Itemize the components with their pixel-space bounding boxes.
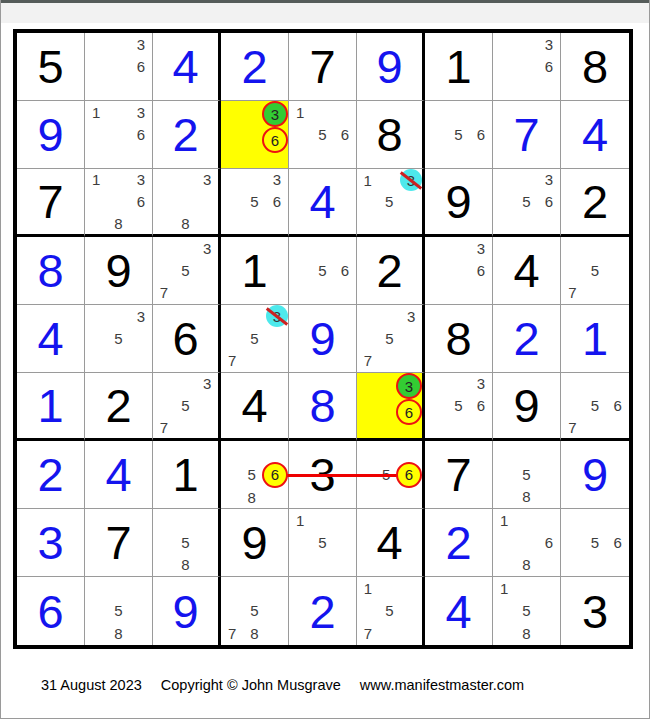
cell-r8c5[interactable]: 15 bbox=[289, 509, 357, 577]
cell-r4c8[interactable]: 4 bbox=[493, 237, 561, 305]
cell-r2c1[interactable]: 9 bbox=[17, 101, 85, 169]
candidate-7: 7 bbox=[228, 626, 236, 641]
candidate-6: 6 bbox=[137, 59, 145, 74]
candidate-1: 1 bbox=[364, 581, 372, 596]
cell-r3c7[interactable]: 9 bbox=[425, 169, 493, 237]
candidate-5: 5 bbox=[454, 127, 462, 142]
solved-digit: 4 bbox=[582, 111, 608, 158]
candidate-grid: 567 bbox=[561, 373, 629, 438]
candidate-3: 3 bbox=[407, 309, 415, 324]
page: 5364279136891362361568567471368383564135… bbox=[0, 0, 650, 719]
cell-r6c3[interactable]: 357 bbox=[153, 373, 221, 441]
cell-r9c6[interactable]: 157 bbox=[357, 577, 425, 645]
candidate-3: 3 bbox=[477, 241, 485, 256]
candidate-5: 5 bbox=[522, 603, 530, 618]
solved-digit: 6 bbox=[37, 588, 63, 635]
cell-r6c7[interactable]: 356 bbox=[425, 373, 493, 441]
candidate-6: 6 bbox=[613, 398, 621, 413]
candidate-8: 8 bbox=[522, 626, 530, 641]
candidate-grid: 356 bbox=[493, 169, 560, 234]
candidate-grid: 58 bbox=[85, 577, 152, 645]
solved-digit: 4 bbox=[309, 178, 335, 225]
cell-r8c7[interactable]: 2 bbox=[425, 509, 493, 577]
cell-r5c3[interactable]: 6 bbox=[153, 305, 221, 373]
candidate-3: 3 bbox=[545, 37, 553, 52]
candidate-grid: 58 bbox=[493, 441, 560, 508]
footer-website[interactable]: www.manifestmaster.com bbox=[360, 677, 524, 693]
candidate-grid: 57 bbox=[561, 237, 629, 304]
solved-digit: 4 bbox=[37, 315, 63, 362]
candidate-6: 6 bbox=[341, 263, 349, 278]
sudoku-board: 5364279136891362361568567471368383564135… bbox=[13, 29, 633, 649]
solved-digit: 2 bbox=[241, 43, 267, 90]
cell-r6c1[interactable]: 1 bbox=[17, 373, 85, 441]
candidate-grid: 38 bbox=[153, 169, 218, 234]
solved-digit: 9 bbox=[172, 588, 198, 635]
cell-r6c6[interactable]: 36 bbox=[357, 373, 425, 441]
candidate-6: 6 bbox=[545, 535, 553, 550]
cell-r2c2[interactable]: 136 bbox=[85, 101, 153, 169]
candidate-3: 3 bbox=[203, 376, 211, 391]
candidate-1: 1 bbox=[92, 172, 100, 187]
candidate-6: 6 bbox=[477, 398, 485, 413]
cell-r3c2[interactable]: 1368 bbox=[85, 169, 153, 237]
cell-r4c9[interactable]: 57 bbox=[561, 237, 629, 305]
candidate-6: 6 bbox=[341, 127, 349, 142]
cell-r8c1[interactable]: 3 bbox=[17, 509, 85, 577]
candidate-grid: 56 bbox=[289, 237, 356, 304]
cell-r8c3[interactable]: 58 bbox=[153, 509, 221, 577]
cell-r3c5[interactable]: 4 bbox=[289, 169, 357, 237]
solved-digit: 9 bbox=[376, 43, 402, 90]
cell-r5c5[interactable]: 9 bbox=[289, 305, 357, 373]
candidate-5: 5 bbox=[385, 194, 393, 209]
cell-r9c3[interactable]: 9 bbox=[153, 577, 221, 645]
cell-r4c6[interactable]: 2 bbox=[357, 237, 425, 305]
yellow-circle-candidate-6: 6 bbox=[262, 127, 288, 153]
candidate-3: 3 bbox=[203, 241, 211, 256]
footer: 31 August 2023 Copyright © John Musgrave… bbox=[41, 677, 539, 693]
cyan-strike-candidate-3: 3 bbox=[266, 305, 288, 327]
candidate-grid: 36 bbox=[85, 33, 152, 100]
candidate-6: 6 bbox=[273, 194, 281, 209]
candidate-grid: 568 bbox=[221, 441, 288, 508]
cell-r1c6[interactable]: 9 bbox=[357, 33, 425, 101]
candidate-5: 5 bbox=[114, 603, 122, 618]
yellow-circle-candidate-6: 6 bbox=[396, 399, 422, 425]
solved-digit: 2 bbox=[309, 588, 335, 635]
given-digit: 2 bbox=[105, 382, 131, 429]
candidate-grid: 157 bbox=[357, 577, 422, 645]
candidate-5: 5 bbox=[250, 331, 258, 346]
cell-r7c7[interactable]: 7 bbox=[425, 441, 493, 509]
candidate-8: 8 bbox=[522, 557, 530, 572]
candidate-1: 1 bbox=[500, 513, 508, 528]
solved-digit: 2 bbox=[513, 315, 539, 362]
cell-r9c5[interactable]: 2 bbox=[289, 577, 357, 645]
candidate-6: 6 bbox=[477, 127, 485, 142]
candidate-grid: 36 bbox=[425, 237, 492, 304]
candidate-5: 5 bbox=[181, 398, 189, 413]
cell-r3c6[interactable]: 135 bbox=[357, 169, 425, 237]
candidate-7: 7 bbox=[160, 285, 168, 300]
cell-r1c3[interactable]: 4 bbox=[153, 33, 221, 101]
cell-r2c3[interactable]: 2 bbox=[153, 101, 221, 169]
candidate-3: 3 bbox=[137, 37, 145, 52]
cyan-strike-candidate-3: 3 bbox=[400, 169, 422, 191]
solved-digit: 8 bbox=[37, 247, 63, 294]
candidate-grid: 357 bbox=[153, 237, 218, 304]
cell-r7c8[interactable]: 58 bbox=[493, 441, 561, 509]
solved-digit: 8 bbox=[309, 382, 335, 429]
cell-r7c9[interactable]: 9 bbox=[561, 441, 629, 509]
candidate-grid: 36 bbox=[357, 373, 422, 438]
candidate-grid: 56 bbox=[425, 101, 492, 168]
solved-digit: 9 bbox=[309, 315, 335, 362]
candidate-8: 8 bbox=[114, 216, 122, 231]
candidate-5: 5 bbox=[591, 263, 599, 278]
yellow-circle-candidate-6: 6 bbox=[396, 462, 422, 488]
candidate-grid: 15 bbox=[289, 509, 356, 576]
candidate-3: 3 bbox=[137, 309, 145, 324]
candidate-grid: 136 bbox=[85, 101, 152, 168]
candidate-grid: 356 bbox=[221, 169, 288, 234]
candidate-3: 3 bbox=[273, 172, 281, 187]
candidate-7: 7 bbox=[364, 626, 372, 641]
given-digit: 7 bbox=[37, 178, 63, 225]
candidate-grid: 1368 bbox=[85, 169, 152, 234]
cell-r8c9[interactable]: 56 bbox=[561, 509, 629, 577]
candidate-5: 5 bbox=[318, 263, 326, 278]
cell-r6c4[interactable]: 4 bbox=[221, 373, 289, 441]
candidate-5: 5 bbox=[248, 467, 256, 482]
candidate-grid: 35 bbox=[85, 305, 152, 372]
candidate-grid: 36 bbox=[221, 101, 288, 168]
candidate-7: 7 bbox=[568, 420, 576, 435]
cell-r1c1[interactable]: 5 bbox=[17, 33, 85, 101]
candidate-grid: 135 bbox=[357, 169, 422, 234]
given-digit: 7 bbox=[309, 43, 335, 90]
candidate-3: 3 bbox=[137, 172, 145, 187]
cell-r2c5[interactable]: 156 bbox=[289, 101, 357, 169]
candidate-5: 5 bbox=[454, 398, 462, 413]
candidate-3: 3 bbox=[477, 376, 485, 391]
candidate-6: 6 bbox=[613, 535, 621, 550]
solved-digit: 4 bbox=[172, 43, 198, 90]
candidate-grid: 356 bbox=[425, 373, 492, 438]
candidate-5: 5 bbox=[250, 194, 258, 209]
given-digit: 1 bbox=[445, 43, 471, 90]
cell-r5c1[interactable]: 4 bbox=[17, 305, 85, 373]
cell-r3c3[interactable]: 38 bbox=[153, 169, 221, 237]
candidate-6: 6 bbox=[137, 127, 145, 142]
cell-r9c8[interactable]: 158 bbox=[493, 577, 561, 645]
cell-r3c8[interactable]: 356 bbox=[493, 169, 561, 237]
candidate-grid: 168 bbox=[493, 509, 560, 576]
solved-digit: 3 bbox=[37, 519, 63, 566]
solved-digit: 2 bbox=[172, 111, 198, 158]
candidate-7: 7 bbox=[160, 420, 168, 435]
given-digit: 9 bbox=[105, 247, 131, 294]
window-titlebar bbox=[1, 0, 649, 23]
cell-r4c7[interactable]: 36 bbox=[425, 237, 493, 305]
solved-digit: 9 bbox=[582, 451, 608, 498]
candidate-6: 6 bbox=[545, 194, 553, 209]
solved-digit: 4 bbox=[105, 451, 131, 498]
candidate-7: 7 bbox=[228, 353, 236, 368]
cell-r7c1[interactable]: 2 bbox=[17, 441, 85, 509]
candidate-8: 8 bbox=[114, 626, 122, 641]
given-digit: 4 bbox=[241, 382, 267, 429]
candidate-8: 8 bbox=[248, 490, 256, 505]
cell-r5c9[interactable]: 1 bbox=[561, 305, 629, 373]
candidate-grid: 357 bbox=[221, 305, 288, 372]
cell-r2c6[interactable]: 8 bbox=[357, 101, 425, 169]
candidate-7: 7 bbox=[364, 353, 372, 368]
given-digit: 1 bbox=[172, 451, 198, 498]
cell-r6c5[interactable]: 8 bbox=[289, 373, 357, 441]
candidate-grid: 156 bbox=[289, 101, 356, 168]
cell-r5c7[interactable]: 8 bbox=[425, 305, 493, 373]
cell-r1c4[interactable]: 2 bbox=[221, 33, 289, 101]
given-digit: 8 bbox=[582, 43, 608, 90]
cell-r4c1[interactable]: 8 bbox=[17, 237, 85, 305]
solved-digit: 9 bbox=[37, 111, 63, 158]
candidate-5: 5 bbox=[522, 467, 530, 482]
candidate-grid: 36 bbox=[493, 33, 560, 100]
cell-r2c9[interactable]: 4 bbox=[561, 101, 629, 169]
cell-r7c2[interactable]: 4 bbox=[85, 441, 153, 509]
candidate-5: 5 bbox=[318, 127, 326, 142]
cell-r4c3[interactable]: 357 bbox=[153, 237, 221, 305]
solved-digit: 1 bbox=[582, 315, 608, 362]
candidate-5: 5 bbox=[591, 398, 599, 413]
candidate-1: 1 bbox=[364, 173, 372, 188]
solved-digit: 1 bbox=[37, 382, 63, 429]
cell-r9c2[interactable]: 58 bbox=[85, 577, 153, 645]
candidate-5: 5 bbox=[385, 331, 393, 346]
candidate-8: 8 bbox=[250, 626, 258, 641]
given-digit: 9 bbox=[445, 178, 471, 225]
green-circle-candidate-3: 3 bbox=[262, 101, 288, 127]
cell-r4c4[interactable]: 1 bbox=[221, 237, 289, 305]
solved-digit: 7 bbox=[513, 111, 539, 158]
candidate-8: 8 bbox=[522, 489, 530, 504]
candidate-1: 1 bbox=[296, 105, 304, 120]
cell-r1c2[interactable]: 36 bbox=[85, 33, 153, 101]
cell-r5c2[interactable]: 35 bbox=[85, 305, 153, 373]
cell-r6c8[interactable]: 9 bbox=[493, 373, 561, 441]
cell-r7c4[interactable]: 568 bbox=[221, 441, 289, 509]
cell-r1c9[interactable]: 8 bbox=[561, 33, 629, 101]
candidate-5: 5 bbox=[385, 603, 393, 618]
candidate-1: 1 bbox=[92, 105, 100, 120]
candidate-7: 7 bbox=[568, 285, 576, 300]
cell-r2c4[interactable]: 36 bbox=[221, 101, 289, 169]
footer-copyright: Copyright © John Musgrave bbox=[161, 677, 341, 693]
cell-r9c1[interactable]: 6 bbox=[17, 577, 85, 645]
cell-r3c4[interactable]: 356 bbox=[221, 169, 289, 237]
solved-digit: 2 bbox=[37, 451, 63, 498]
cell-r3c1[interactable]: 7 bbox=[17, 169, 85, 237]
given-digit: 6 bbox=[172, 315, 198, 362]
given-digit: 2 bbox=[376, 247, 402, 294]
cell-r6c2[interactable]: 2 bbox=[85, 373, 153, 441]
yellow-circle-candidate-6: 6 bbox=[262, 462, 288, 488]
cell-r9c7[interactable]: 4 bbox=[425, 577, 493, 645]
candidate-1: 1 bbox=[296, 513, 304, 528]
given-digit: 7 bbox=[105, 519, 131, 566]
cell-r8c6[interactable]: 4 bbox=[357, 509, 425, 577]
candidate-5: 5 bbox=[250, 603, 258, 618]
cell-r6c9[interactable]: 567 bbox=[561, 373, 629, 441]
candidate-6: 6 bbox=[477, 263, 485, 278]
solved-digit: 2 bbox=[445, 519, 471, 566]
cell-r1c7[interactable]: 1 bbox=[425, 33, 493, 101]
given-digit: 4 bbox=[513, 247, 539, 294]
cell-r4c5[interactable]: 56 bbox=[289, 237, 357, 305]
candidate-3: 3 bbox=[545, 172, 553, 187]
candidate-grid: 578 bbox=[221, 577, 288, 645]
cell-r8c4[interactable]: 9 bbox=[221, 509, 289, 577]
candidate-3: 3 bbox=[203, 172, 211, 187]
given-digit: 2 bbox=[582, 178, 608, 225]
candidate-grid: 58 bbox=[153, 509, 218, 576]
cell-r8c2[interactable]: 7 bbox=[85, 509, 153, 577]
given-digit: 5 bbox=[37, 43, 63, 90]
cell-r9c4[interactable]: 578 bbox=[221, 577, 289, 645]
given-digit: 8 bbox=[376, 111, 402, 158]
given-digit: 3 bbox=[582, 588, 608, 635]
candidate-5: 5 bbox=[181, 263, 189, 278]
candidate-5: 5 bbox=[114, 331, 122, 346]
cell-r1c8[interactable]: 36 bbox=[493, 33, 561, 101]
candidate-6: 6 bbox=[137, 194, 145, 209]
given-digit: 1 bbox=[241, 247, 267, 294]
cell-r7c3[interactable]: 1 bbox=[153, 441, 221, 509]
candidate-8: 8 bbox=[181, 557, 189, 572]
candidate-grid: 357 bbox=[153, 373, 218, 438]
given-digit: 7 bbox=[445, 451, 471, 498]
given-digit: 8 bbox=[445, 315, 471, 362]
green-circle-candidate-3: 3 bbox=[396, 373, 422, 399]
candidate-3: 3 bbox=[137, 105, 145, 120]
candidate-8: 8 bbox=[181, 216, 189, 231]
candidate-5: 5 bbox=[181, 535, 189, 550]
candidate-grid: 56 bbox=[561, 509, 629, 576]
cell-r8c8[interactable]: 168 bbox=[493, 509, 561, 577]
candidate-5: 5 bbox=[522, 194, 530, 209]
cell-r1c5[interactable]: 7 bbox=[289, 33, 357, 101]
given-digit: 9 bbox=[241, 519, 267, 566]
cell-r3c9[interactable]: 2 bbox=[561, 169, 629, 237]
candidate-1: 1 bbox=[500, 581, 508, 596]
candidate-grid: 357 bbox=[357, 305, 422, 372]
cell-r2c7[interactable]: 56 bbox=[425, 101, 493, 169]
candidate-5: 5 bbox=[318, 535, 326, 550]
chain-link-line bbox=[278, 474, 414, 477]
candidate-5: 5 bbox=[591, 535, 599, 550]
cell-r5c8[interactable]: 2 bbox=[493, 305, 561, 373]
cell-r5c4[interactable]: 357 bbox=[221, 305, 289, 373]
cell-r9c9[interactable]: 3 bbox=[561, 577, 629, 645]
given-digit: 9 bbox=[513, 382, 539, 429]
cell-r4c2[interactable]: 9 bbox=[85, 237, 153, 305]
cell-r5c6[interactable]: 357 bbox=[357, 305, 425, 373]
solved-digit: 4 bbox=[445, 588, 471, 635]
footer-date: 31 August 2023 bbox=[41, 677, 142, 693]
candidate-grid: 158 bbox=[493, 577, 560, 645]
candidate-6: 6 bbox=[545, 59, 553, 74]
cell-r2c8[interactable]: 7 bbox=[493, 101, 561, 169]
given-digit: 4 bbox=[376, 519, 402, 566]
